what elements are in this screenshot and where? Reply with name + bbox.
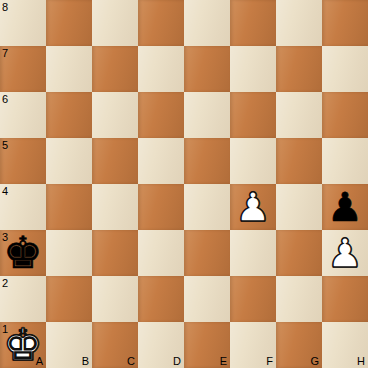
square-f6[interactable] (230, 92, 276, 138)
square-h2[interactable] (322, 276, 368, 322)
square-e1[interactable]: E (184, 322, 230, 368)
file-label-b: B (82, 356, 89, 367)
square-c7[interactable] (92, 46, 138, 92)
square-d5[interactable] (138, 138, 184, 184)
square-a4[interactable]: 4 (0, 184, 46, 230)
square-f5[interactable] (230, 138, 276, 184)
square-c8[interactable] (92, 0, 138, 46)
square-c2[interactable] (92, 276, 138, 322)
square-a6[interactable]: 6 (0, 92, 46, 138)
square-f3[interactable] (230, 230, 276, 276)
square-a3[interactable]: 3♚ (0, 230, 46, 276)
square-e3[interactable] (184, 230, 230, 276)
rank-label-1: 1 (2, 324, 8, 335)
square-b4[interactable] (46, 184, 92, 230)
square-g1[interactable]: G (276, 322, 322, 368)
file-label-f: F (266, 356, 273, 367)
rank-label-8: 8 (2, 2, 8, 13)
square-d3[interactable] (138, 230, 184, 276)
square-a1[interactable]: 1A♚ (0, 322, 46, 368)
square-b1[interactable]: B (46, 322, 92, 368)
square-c5[interactable] (92, 138, 138, 184)
square-a5[interactable]: 5 (0, 138, 46, 184)
rank-label-5: 5 (2, 140, 8, 151)
file-label-g: G (310, 356, 319, 367)
chess-board: 87654♟♟3♚♟21A♚BCDEFGH (0, 0, 368, 368)
file-label-d: D (173, 356, 181, 367)
square-g8[interactable] (276, 0, 322, 46)
square-d8[interactable] (138, 0, 184, 46)
square-h7[interactable] (322, 46, 368, 92)
square-f4[interactable]: ♟ (230, 184, 276, 230)
square-a7[interactable]: 7 (0, 46, 46, 92)
rank-label-6: 6 (2, 94, 8, 105)
square-b3[interactable] (46, 230, 92, 276)
square-g5[interactable] (276, 138, 322, 184)
square-g2[interactable] (276, 276, 322, 322)
square-b7[interactable] (46, 46, 92, 92)
square-f1[interactable]: F (230, 322, 276, 368)
square-e7[interactable] (184, 46, 230, 92)
square-h6[interactable] (322, 92, 368, 138)
square-e5[interactable] (184, 138, 230, 184)
square-b5[interactable] (46, 138, 92, 184)
rank-label-2: 2 (2, 278, 8, 289)
square-f2[interactable] (230, 276, 276, 322)
file-label-a: A (36, 356, 43, 367)
square-f8[interactable] (230, 0, 276, 46)
square-e8[interactable] (184, 0, 230, 46)
file-label-h: H (357, 356, 365, 367)
square-g4[interactable] (276, 184, 322, 230)
square-b2[interactable] (46, 276, 92, 322)
square-c4[interactable] (92, 184, 138, 230)
square-g7[interactable] (276, 46, 322, 92)
square-d1[interactable]: D (138, 322, 184, 368)
square-a2[interactable]: 2 (0, 276, 46, 322)
square-g6[interactable] (276, 92, 322, 138)
white-pawn[interactable]: ♟ (230, 184, 276, 230)
square-h1[interactable]: H (322, 322, 368, 368)
square-c1[interactable]: C (92, 322, 138, 368)
square-c3[interactable] (92, 230, 138, 276)
square-d6[interactable] (138, 92, 184, 138)
square-b8[interactable] (46, 0, 92, 46)
white-pawn[interactable]: ♟ (322, 230, 368, 276)
square-h8[interactable] (322, 0, 368, 46)
square-e4[interactable] (184, 184, 230, 230)
square-e2[interactable] (184, 276, 230, 322)
square-c6[interactable] (92, 92, 138, 138)
square-d4[interactable] (138, 184, 184, 230)
file-label-e: E (220, 356, 227, 367)
square-e6[interactable] (184, 92, 230, 138)
square-h5[interactable] (322, 138, 368, 184)
square-b6[interactable] (46, 92, 92, 138)
rank-label-3: 3 (2, 232, 8, 243)
square-a8[interactable]: 8 (0, 0, 46, 46)
black-pawn[interactable]: ♟ (322, 184, 368, 230)
square-d7[interactable] (138, 46, 184, 92)
square-f7[interactable] (230, 46, 276, 92)
square-d2[interactable] (138, 276, 184, 322)
file-label-c: C (127, 356, 135, 367)
rank-label-7: 7 (2, 48, 8, 59)
square-g3[interactable] (276, 230, 322, 276)
square-h4[interactable]: ♟ (322, 184, 368, 230)
square-h3[interactable]: ♟ (322, 230, 368, 276)
rank-label-4: 4 (2, 186, 8, 197)
